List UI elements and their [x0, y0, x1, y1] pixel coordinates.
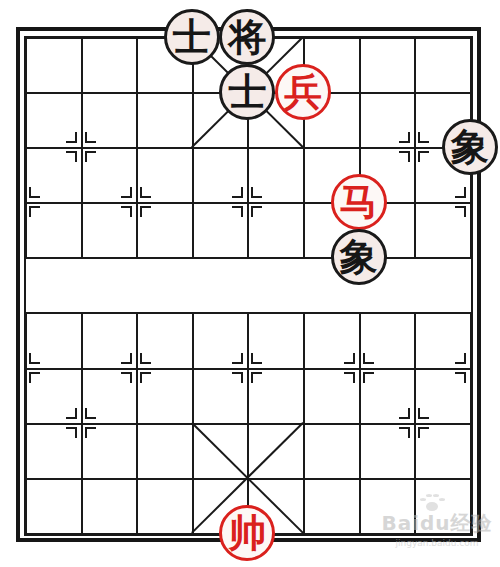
board-cell [82, 38, 138, 93]
board-cell [415, 203, 471, 258]
board-cell [82, 424, 138, 479]
board-cell [193, 203, 249, 258]
board-cell [304, 424, 360, 479]
board-cell [304, 479, 360, 534]
board-cell [248, 148, 304, 203]
board-cell [137, 369, 193, 424]
board-cell [26, 258, 82, 313]
board-cell [26, 424, 82, 479]
board-cell [26, 479, 82, 534]
board-cell [82, 148, 138, 203]
board-cell [26, 369, 82, 424]
piece-red-horse[interactable]: 马 [331, 174, 387, 230]
board-cell [360, 369, 416, 424]
board-cell [137, 258, 193, 313]
watermark-url: jingyan.baidu.com [374, 538, 500, 548]
paw-icon [426, 502, 438, 511]
piece-black-elephant-1[interactable]: 象 [442, 119, 498, 175]
board-cell [193, 258, 249, 313]
board-cell [26, 313, 82, 368]
board-cell [26, 148, 82, 203]
board-cell [360, 38, 416, 93]
board-cell [137, 479, 193, 534]
piece-black-elephant-2[interactable]: 象 [331, 229, 387, 285]
board-cell [193, 424, 249, 479]
board-cell [82, 479, 138, 534]
piece-black-advisor-1[interactable]: 士 [164, 9, 220, 65]
watermark-brand: Baidu经验 [374, 510, 500, 537]
board-cell [248, 369, 304, 424]
board-cell [137, 313, 193, 368]
piece-red-soldier[interactable]: 兵 [275, 64, 331, 120]
board-cell [82, 313, 138, 368]
board-cell [26, 93, 82, 148]
piece-black-general[interactable]: 将 [219, 9, 275, 65]
board-cell [415, 369, 471, 424]
board-cell [304, 369, 360, 424]
board-cell [248, 258, 304, 313]
board-cell [193, 369, 249, 424]
board-cell [26, 203, 82, 258]
board-cell [137, 203, 193, 258]
board-cell [248, 424, 304, 479]
board-cell [304, 313, 360, 368]
board-cell [360, 93, 416, 148]
board-cell [360, 313, 416, 368]
board-cell [415, 313, 471, 368]
board-cell [248, 203, 304, 258]
board-cell [82, 203, 138, 258]
board-cell [415, 38, 471, 93]
piece-red-general[interactable]: 帅 [219, 505, 275, 561]
board-cell [137, 424, 193, 479]
board-cell [248, 313, 304, 368]
board-cell [26, 38, 82, 93]
board-cell [82, 258, 138, 313]
board-cell [82, 93, 138, 148]
watermark: Baidu经验 jingyan.baidu.com [374, 494, 500, 548]
board-cell [137, 93, 193, 148]
board-cell [82, 369, 138, 424]
board-cell [415, 258, 471, 313]
board-cell [137, 148, 193, 203]
board-cell [415, 424, 471, 479]
board-cell [360, 424, 416, 479]
board-cell [193, 313, 249, 368]
board-cell [193, 148, 249, 203]
xiangqi-board: 士将士兵象马象帅 Baidu经验 jingyan.baidu.com [0, 0, 500, 567]
